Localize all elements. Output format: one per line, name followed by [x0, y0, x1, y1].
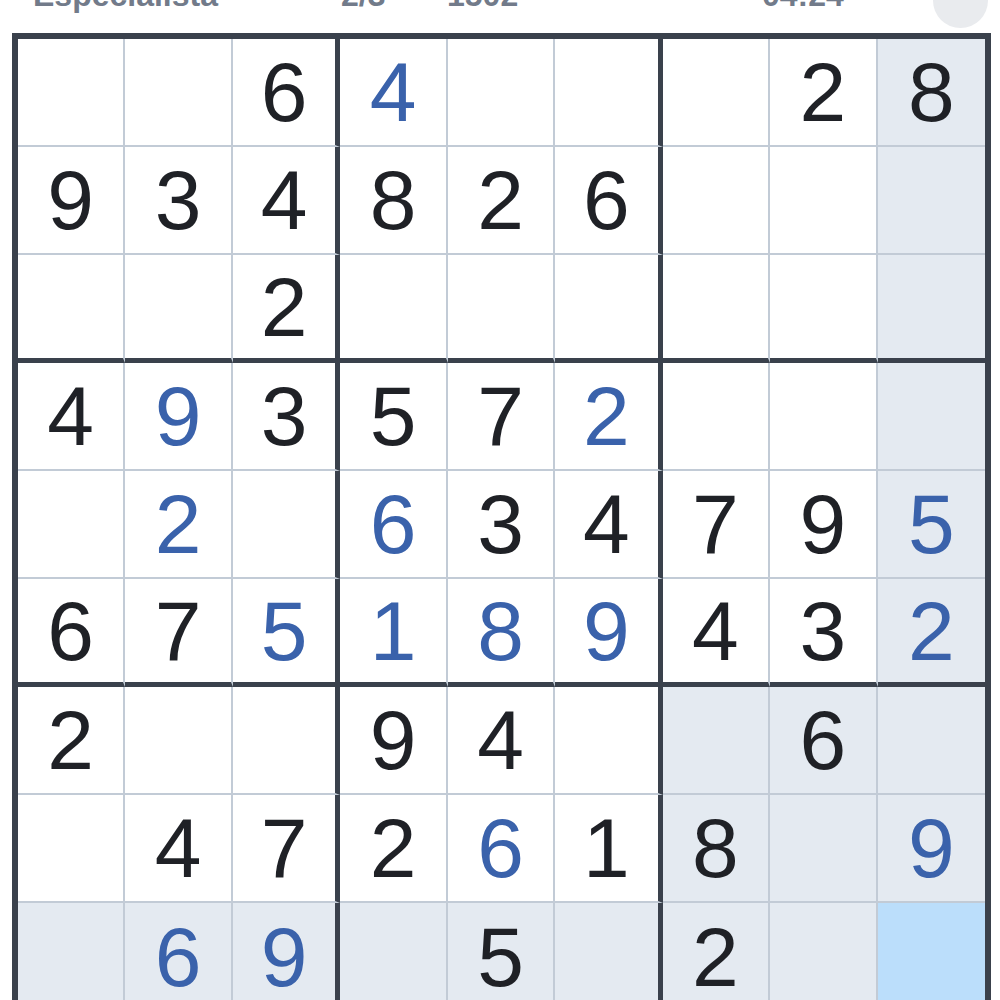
cell-r9c5[interactable]: 5	[448, 903, 555, 1000]
cell-r8c5[interactable]: 6	[448, 795, 555, 903]
cell-r3c2[interactable]	[125, 255, 232, 363]
cell-r8c4[interactable]: 2	[340, 795, 447, 903]
cell-r5c4[interactable]: 6	[340, 471, 447, 579]
cell-r2c7[interactable]	[663, 147, 770, 255]
cell-r3c9[interactable]	[878, 255, 985, 363]
cell-r2c5[interactable]: 2	[448, 147, 555, 255]
cell-r4c8[interactable]	[770, 363, 877, 471]
cell-r3c8[interactable]	[770, 255, 877, 363]
cell-r6c1[interactable]: 6	[18, 579, 125, 687]
cell-r7c7[interactable]	[663, 687, 770, 795]
cell-r1c8[interactable]: 2	[770, 39, 877, 147]
cell-r5c5[interactable]: 3	[448, 471, 555, 579]
cell-r6c5[interactable]: 8	[448, 579, 555, 687]
cell-r3c3[interactable]: 2	[233, 255, 340, 363]
cell-r7c1[interactable]: 2	[18, 687, 125, 795]
sudoku-board: 6428934826249357226347956751894322946472…	[12, 33, 991, 1000]
cell-r6c9[interactable]: 2	[878, 579, 985, 687]
cell-r7c3[interactable]	[233, 687, 340, 795]
difficulty-label: Especialista	[33, 0, 218, 11]
cell-r4c4[interactable]: 5	[340, 363, 447, 471]
cell-r5c7[interactable]: 7	[663, 471, 770, 579]
cell-r7c6[interactable]	[555, 687, 662, 795]
cell-r7c4[interactable]: 9	[340, 687, 447, 795]
cell-r3c6[interactable]	[555, 255, 662, 363]
cell-r2c2[interactable]: 3	[125, 147, 232, 255]
cell-r4c7[interactable]	[663, 363, 770, 471]
cell-r5c3[interactable]	[233, 471, 340, 579]
cell-r4c2[interactable]: 9	[125, 363, 232, 471]
cell-r8c3[interactable]: 7	[233, 795, 340, 903]
cell-r9c7[interactable]: 2	[663, 903, 770, 1000]
cell-r1c3[interactable]: 6	[233, 39, 340, 147]
cell-r9c6[interactable]	[555, 903, 662, 1000]
cell-r8c6[interactable]: 1	[555, 795, 662, 903]
cell-r4c9[interactable]	[878, 363, 985, 471]
cell-r2c3[interactable]: 4	[233, 147, 340, 255]
cell-r4c1[interactable]: 4	[18, 363, 125, 471]
cell-r7c9[interactable]	[878, 687, 985, 795]
cell-r6c4[interactable]: 1	[340, 579, 447, 687]
cell-r1c1[interactable]	[18, 39, 125, 147]
mistakes-counter: 2/3	[341, 0, 385, 11]
cell-r8c1[interactable]	[18, 795, 125, 903]
cell-r1c6[interactable]	[555, 39, 662, 147]
cell-r2c8[interactable]	[770, 147, 877, 255]
score-value: 1502	[447, 0, 518, 11]
cell-r2c9[interactable]	[878, 147, 985, 255]
cell-r8c7[interactable]: 8	[663, 795, 770, 903]
cell-r2c4[interactable]: 8	[340, 147, 447, 255]
game-header: Especialista 2/3 1502 04:24	[0, 0, 1000, 33]
cell-r5c2[interactable]: 2	[125, 471, 232, 579]
cell-r4c6[interactable]: 2	[555, 363, 662, 471]
cell-r3c7[interactable]	[663, 255, 770, 363]
cell-r9c2[interactable]: 6	[125, 903, 232, 1000]
pause-button[interactable]	[933, 0, 988, 28]
cell-r1c9[interactable]: 8	[878, 39, 985, 147]
cell-r5c6[interactable]: 4	[555, 471, 662, 579]
cell-r4c3[interactable]: 3	[233, 363, 340, 471]
cell-r6c7[interactable]: 4	[663, 579, 770, 687]
cell-r8c9[interactable]: 9	[878, 795, 985, 903]
cell-r9c4[interactable]	[340, 903, 447, 1000]
cell-r5c9[interactable]: 5	[878, 471, 985, 579]
cell-r3c5[interactable]	[448, 255, 555, 363]
cell-r7c8[interactable]: 6	[770, 687, 877, 795]
cell-r2c6[interactable]: 6	[555, 147, 662, 255]
cell-r9c8[interactable]	[770, 903, 877, 1000]
cell-r9c9[interactable]	[878, 903, 985, 1000]
cell-r5c8[interactable]: 9	[770, 471, 877, 579]
cell-r9c1[interactable]	[18, 903, 125, 1000]
cell-r9c3[interactable]: 9	[233, 903, 340, 1000]
cell-r3c4[interactable]	[340, 255, 447, 363]
cell-r6c6[interactable]: 9	[555, 579, 662, 687]
cell-r6c2[interactable]: 7	[125, 579, 232, 687]
cell-r1c4[interactable]: 4	[340, 39, 447, 147]
cell-r6c8[interactable]: 3	[770, 579, 877, 687]
cell-r1c5[interactable]	[448, 39, 555, 147]
cell-r1c2[interactable]	[125, 39, 232, 147]
cell-r3c1[interactable]	[18, 255, 125, 363]
cell-r8c8[interactable]	[770, 795, 877, 903]
cell-r6c3[interactable]: 5	[233, 579, 340, 687]
cell-r1c7[interactable]	[663, 39, 770, 147]
cell-r4c5[interactable]: 7	[448, 363, 555, 471]
cell-r5c1[interactable]	[18, 471, 125, 579]
cell-r8c2[interactable]: 4	[125, 795, 232, 903]
timer-value: 04:24	[762, 0, 844, 11]
cell-r2c1[interactable]: 9	[18, 147, 125, 255]
cell-r7c5[interactable]: 4	[448, 687, 555, 795]
cell-r7c2[interactable]	[125, 687, 232, 795]
